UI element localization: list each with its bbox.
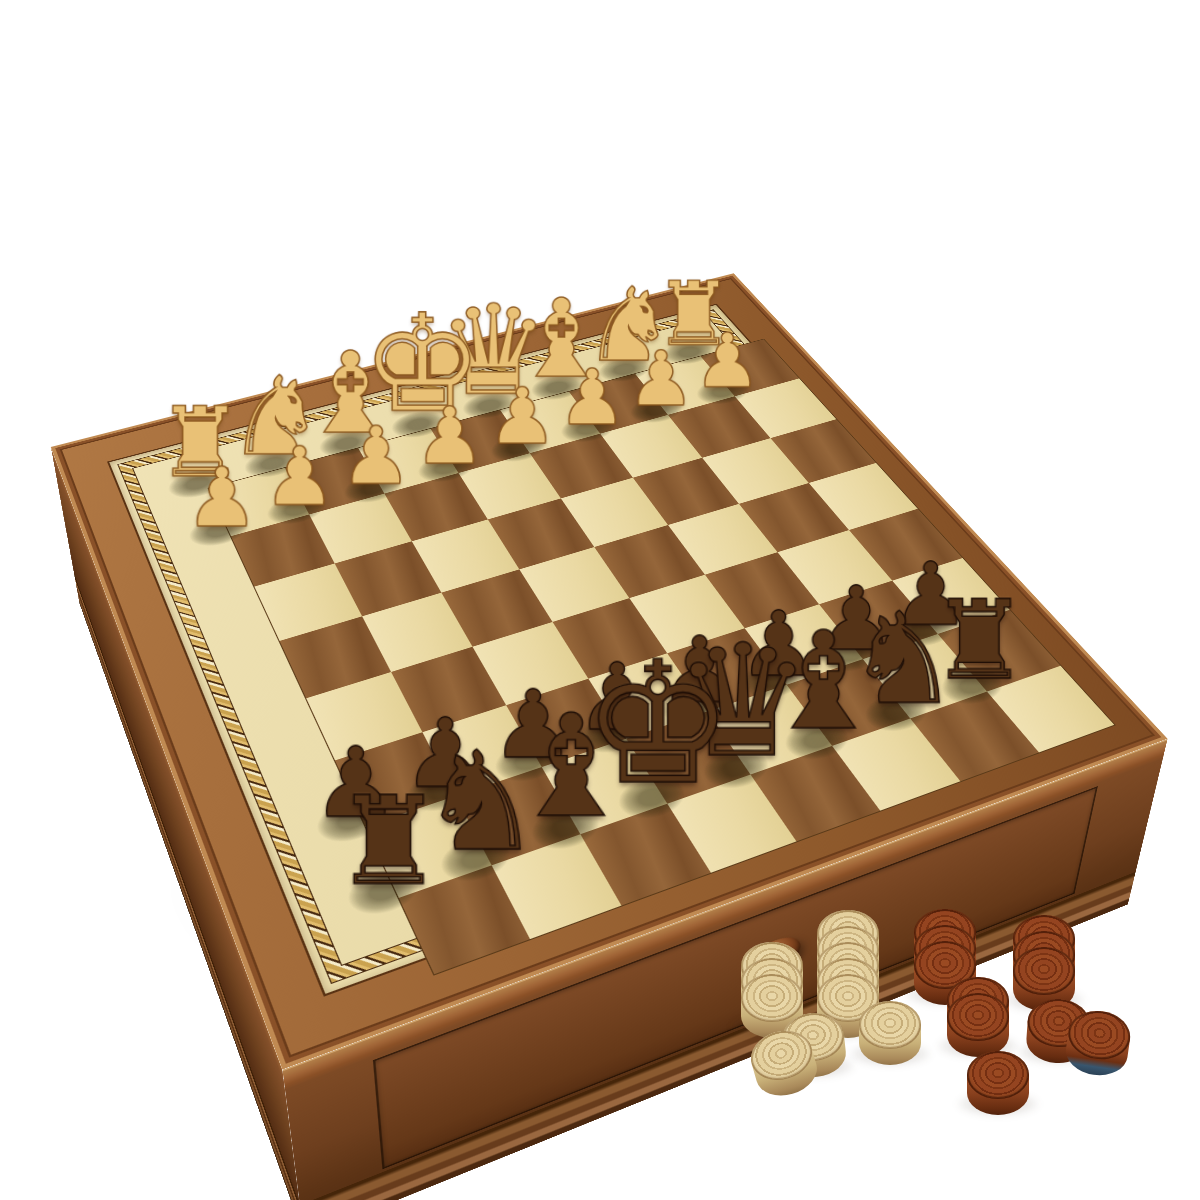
light-checker[interactable]: [859, 1001, 921, 1067]
dark-checker[interactable]: [967, 1051, 1029, 1117]
checker-top-rings: [947, 993, 1009, 1041]
checker-top-rings: [1013, 947, 1075, 995]
checkers-group: [0, 0, 1200, 1200]
checker-top-rings: [967, 1051, 1029, 1099]
chess-set-product-photo: ♜♞♝♚♛♝♞♜♟♟♟♟♟♟♟♟♟♟♟♟♟♟♟♟♜♞♝♚♛♝♞♜: [0, 0, 1200, 1200]
dark-checker[interactable]: [947, 993, 1009, 1059]
dark-checker[interactable]: [1063, 1007, 1134, 1081]
checker-top-rings: [859, 1001, 921, 1049]
